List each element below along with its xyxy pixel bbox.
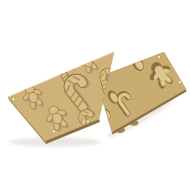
corner-hole: [179, 81, 182, 84]
corner-hole: [87, 120, 90, 123]
corner-hole: [12, 98, 15, 101]
corner-hole: [158, 56, 161, 59]
product-photo-stage: [0, 0, 190, 190]
corner-hole: [53, 130, 56, 133]
baking-molds-photo: [0, 0, 190, 190]
front-mold: [8, 47, 118, 144]
